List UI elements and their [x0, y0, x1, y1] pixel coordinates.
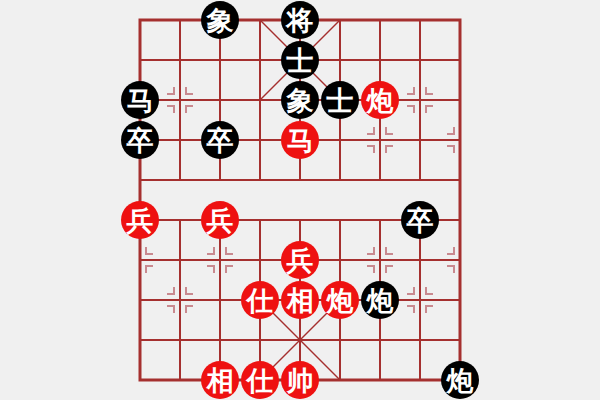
piece-red-elephant[interactable]: 相: [201, 361, 239, 399]
piece-black-soldier[interactable]: 卒: [121, 121, 159, 159]
piece-black-soldier[interactable]: 卒: [201, 121, 239, 159]
piece-red-cannon[interactable]: 炮: [361, 81, 399, 119]
piece-black-general[interactable]: 将: [281, 1, 319, 39]
piece-black-cannon[interactable]: 炮: [361, 281, 399, 319]
piece-red-advisor[interactable]: 仕: [241, 281, 279, 319]
piece-red-general[interactable]: 帅: [281, 361, 319, 399]
piece-black-cannon[interactable]: 炮: [441, 361, 479, 399]
piece-black-elephant[interactable]: 象: [201, 1, 239, 39]
piece-red-soldier[interactable]: 兵: [281, 241, 319, 279]
piece-black-advisor[interactable]: 士: [321, 81, 359, 119]
pieces-layer: 象将士马象士炮卒卒马兵兵卒兵仕相炮炮相仕帅炮: [0, 0, 600, 400]
piece-black-soldier[interactable]: 卒: [401, 201, 439, 239]
piece-red-cannon[interactable]: 炮: [321, 281, 359, 319]
piece-black-elephant[interactable]: 象: [281, 81, 319, 119]
piece-black-advisor[interactable]: 士: [281, 41, 319, 79]
piece-red-advisor[interactable]: 仕: [241, 361, 279, 399]
xiangqi-board-diagram: 象将士马象士炮卒卒马兵兵卒兵仕相炮炮相仕帅炮: [0, 0, 600, 400]
piece-red-horse[interactable]: 马: [281, 121, 319, 159]
piece-red-elephant[interactable]: 相: [281, 281, 319, 319]
piece-red-soldier[interactable]: 兵: [201, 201, 239, 239]
piece-black-horse[interactable]: 马: [121, 81, 159, 119]
piece-red-soldier[interactable]: 兵: [121, 201, 159, 239]
